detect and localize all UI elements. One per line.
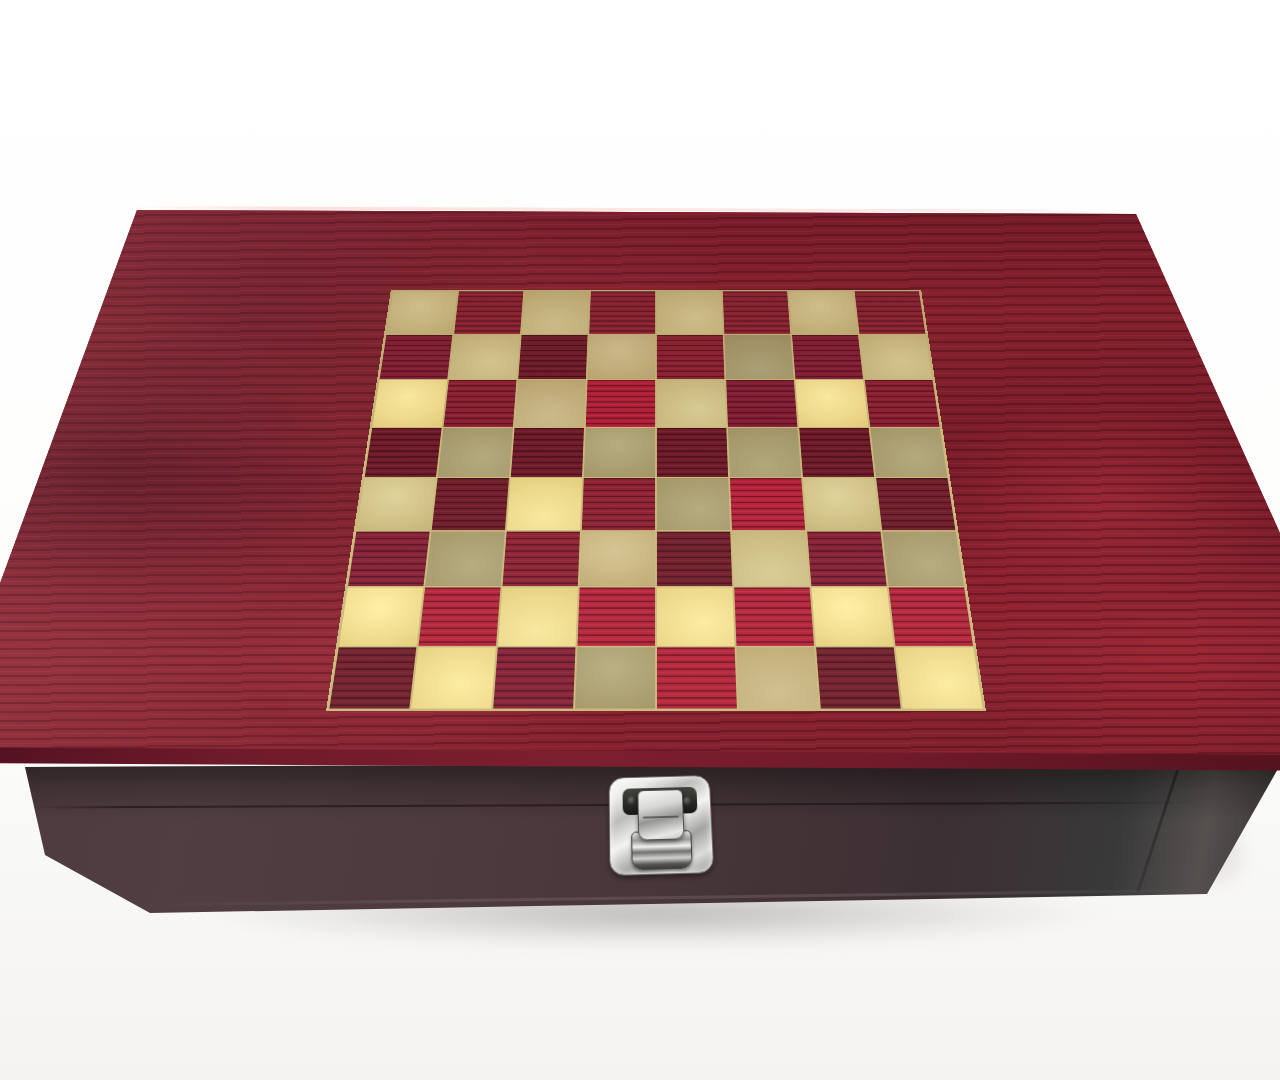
board-square [588, 335, 656, 379]
board-square [811, 587, 893, 645]
board-square [454, 291, 523, 333]
board-square [657, 587, 735, 645]
board-square [860, 335, 933, 379]
board-square [803, 478, 880, 530]
board-square [329, 647, 416, 709]
board-square [507, 478, 582, 530]
board-square [789, 291, 858, 333]
board-square [357, 478, 436, 530]
board-square [582, 478, 655, 530]
board-square [387, 291, 458, 333]
board-square [657, 335, 725, 379]
board-square [855, 291, 926, 333]
board-square [734, 587, 814, 645]
board-square [575, 647, 655, 709]
board-square [737, 647, 819, 709]
board-square [365, 428, 442, 477]
board-square [882, 531, 964, 586]
board-square [816, 647, 901, 709]
board-square [498, 587, 578, 645]
board-square [584, 428, 655, 477]
board-square [411, 647, 496, 709]
product-photo [0, 0, 1280, 1080]
chessboard-inlay [326, 290, 986, 711]
board-square [657, 478, 730, 530]
board-square [372, 380, 447, 427]
board-square [580, 531, 655, 586]
board-square [586, 380, 655, 427]
board-square [380, 335, 453, 379]
chessboard [326, 290, 986, 711]
latch [609, 775, 712, 874]
board-square [432, 478, 509, 530]
board-square [799, 428, 874, 477]
board-square [518, 335, 587, 379]
board-square [418, 587, 500, 645]
board-square [449, 335, 520, 379]
board-square [730, 478, 805, 530]
board-square [889, 587, 973, 645]
board-square [339, 587, 423, 645]
board-square [493, 647, 575, 709]
board-square [589, 291, 655, 333]
board-square [732, 531, 809, 586]
board-square [876, 478, 955, 530]
board-square [796, 380, 869, 427]
board-square [723, 291, 791, 333]
board-square [657, 380, 726, 427]
board-square [511, 428, 584, 477]
board-square [444, 380, 517, 427]
board-square [724, 335, 793, 379]
latch-tongue [637, 789, 684, 840]
board-square [515, 380, 586, 427]
board-square [657, 428, 728, 477]
board-square [577, 587, 655, 645]
latch-plate [609, 775, 715, 876]
board-square [348, 531, 430, 586]
board-square [792, 335, 863, 379]
board-square [807, 531, 887, 586]
board-square [438, 428, 513, 477]
board-square [657, 531, 732, 586]
board-square [896, 647, 983, 709]
board-square [503, 531, 580, 586]
board-square [425, 531, 505, 586]
board-square [726, 380, 797, 427]
board-square [657, 291, 723, 333]
board-square [870, 428, 947, 477]
board-square [865, 380, 940, 427]
board-square [522, 291, 590, 333]
board-square [728, 428, 801, 477]
board-square [657, 647, 737, 709]
